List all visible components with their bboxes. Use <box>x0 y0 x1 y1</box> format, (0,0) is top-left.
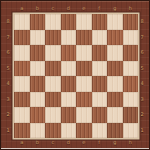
square-c3[interactable] <box>45 92 61 108</box>
file-label: f <box>92 140 108 145</box>
square-f4[interactable] <box>92 76 108 92</box>
square-h3[interactable] <box>123 92 139 108</box>
square-c6[interactable] <box>45 45 61 61</box>
rank-label: 3 <box>140 92 143 108</box>
square-f1[interactable] <box>92 123 108 139</box>
square-e5[interactable] <box>76 61 92 77</box>
file-label: b <box>30 6 46 11</box>
square-d3[interactable] <box>61 92 77 108</box>
file-label: b <box>30 140 46 145</box>
square-d4[interactable] <box>61 76 77 92</box>
rank-label: 4 <box>140 76 143 92</box>
square-b1[interactable] <box>30 123 46 139</box>
file-label: c <box>45 6 61 11</box>
file-label: h <box>123 6 139 11</box>
square-b3[interactable] <box>30 92 46 108</box>
file-label: d <box>61 140 77 145</box>
file-label: f <box>92 6 108 11</box>
file-label: g <box>107 6 123 11</box>
square-h7[interactable] <box>123 30 139 46</box>
file-label: a <box>14 6 30 11</box>
square-h6[interactable] <box>123 45 139 61</box>
square-a6[interactable] <box>14 45 30 61</box>
square-a8[interactable] <box>14 14 30 30</box>
rank-label: 8 <box>140 14 143 30</box>
square-a2[interactable] <box>14 107 30 123</box>
rank-label: 6 <box>140 45 143 61</box>
square-g4[interactable] <box>107 76 123 92</box>
chess-board: abcdefgh abcdefgh 87654321 87654321 <box>0 0 150 150</box>
square-h1[interactable] <box>123 123 139 139</box>
rank-labels-left: 87654321 <box>2 14 14 138</box>
square-b2[interactable] <box>30 107 46 123</box>
square-c5[interactable] <box>45 61 61 77</box>
square-e3[interactable] <box>76 92 92 108</box>
square-e1[interactable] <box>76 123 92 139</box>
rank-label: 6 <box>6 45 9 61</box>
playing-field <box>14 14 138 138</box>
square-f6[interactable] <box>92 45 108 61</box>
file-label: d <box>61 6 77 11</box>
square-e4[interactable] <box>76 76 92 92</box>
file-label: e <box>76 140 92 145</box>
square-b6[interactable] <box>30 45 46 61</box>
square-e2[interactable] <box>76 107 92 123</box>
rank-label: 1 <box>6 123 9 139</box>
square-b7[interactable] <box>30 30 46 46</box>
rank-label: 5 <box>6 61 9 77</box>
square-d8[interactable] <box>61 14 77 30</box>
square-g7[interactable] <box>107 30 123 46</box>
square-d5[interactable] <box>61 61 77 77</box>
square-f2[interactable] <box>92 107 108 123</box>
square-g8[interactable] <box>107 14 123 30</box>
file-label: g <box>107 140 123 145</box>
square-g3[interactable] <box>107 92 123 108</box>
square-b4[interactable] <box>30 76 46 92</box>
square-h8[interactable] <box>123 14 139 30</box>
square-c2[interactable] <box>45 107 61 123</box>
square-f5[interactable] <box>92 61 108 77</box>
square-c7[interactable] <box>45 30 61 46</box>
file-label: c <box>45 140 61 145</box>
square-f7[interactable] <box>92 30 108 46</box>
rank-label: 1 <box>140 123 143 139</box>
rank-label: 8 <box>6 14 9 30</box>
square-b8[interactable] <box>30 14 46 30</box>
square-h4[interactable] <box>123 76 139 92</box>
square-g1[interactable] <box>107 123 123 139</box>
rank-label: 2 <box>6 107 9 123</box>
rank-label: 7 <box>6 30 9 46</box>
square-c4[interactable] <box>45 76 61 92</box>
square-e8[interactable] <box>76 14 92 30</box>
square-h5[interactable] <box>123 61 139 77</box>
square-d7[interactable] <box>61 30 77 46</box>
square-c1[interactable] <box>45 123 61 139</box>
square-a3[interactable] <box>14 92 30 108</box>
square-h2[interactable] <box>123 107 139 123</box>
square-e6[interactable] <box>76 45 92 61</box>
square-g2[interactable] <box>107 107 123 123</box>
square-g5[interactable] <box>107 61 123 77</box>
board-squares <box>14 14 138 138</box>
file-labels-top: abcdefgh <box>14 2 138 14</box>
rank-label: 2 <box>140 107 143 123</box>
square-e7[interactable] <box>76 30 92 46</box>
square-d1[interactable] <box>61 123 77 139</box>
square-a1[interactable] <box>14 123 30 139</box>
rank-label: 5 <box>140 61 143 77</box>
file-label: e <box>76 6 92 11</box>
square-b5[interactable] <box>30 61 46 77</box>
rank-label: 7 <box>140 30 143 46</box>
square-g6[interactable] <box>107 45 123 61</box>
file-label: h <box>123 140 139 145</box>
square-a5[interactable] <box>14 61 30 77</box>
square-d6[interactable] <box>61 45 77 61</box>
rank-label: 3 <box>6 92 9 108</box>
square-d2[interactable] <box>61 107 77 123</box>
square-f8[interactable] <box>92 14 108 30</box>
square-a7[interactable] <box>14 30 30 46</box>
square-a4[interactable] <box>14 76 30 92</box>
square-f3[interactable] <box>92 92 108 108</box>
file-label: a <box>14 140 30 145</box>
square-c8[interactable] <box>45 14 61 30</box>
rank-label: 4 <box>6 76 9 92</box>
